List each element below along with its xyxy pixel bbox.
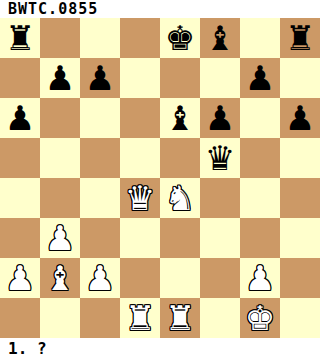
piece-white-knight: ♞ [160,178,200,218]
square-g3[interactable] [240,218,280,258]
piece-black-rook: ♜ [280,18,320,58]
piece-black-bishop: ♝ [160,98,200,138]
square-e1[interactable]: ♜ [160,298,200,338]
piece-black-pawn: ♟ [200,98,240,138]
piece-white-pawn: ♟ [80,258,120,298]
square-a1[interactable] [0,298,40,338]
square-e4[interactable]: ♞ [160,178,200,218]
piece-black-pawn: ♟ [240,58,280,98]
square-f4[interactable] [200,178,240,218]
square-h7[interactable] [280,58,320,98]
move-prompt: 1. ? [0,338,320,360]
piece-black-pawn: ♟ [80,58,120,98]
square-g2[interactable]: ♟ [240,258,280,298]
square-b7[interactable]: ♟ [40,58,80,98]
square-g1[interactable]: ♚ [240,298,280,338]
square-b3[interactable]: ♟ [40,218,80,258]
square-d2[interactable] [120,258,160,298]
square-d1[interactable]: ♜ [120,298,160,338]
piece-white-pawn: ♟ [40,218,80,258]
square-d5[interactable] [120,138,160,178]
chess-board: ♜♚♝♜♟♟♟♟♝♟♟♛♛♞♟♟♝♟♟♜♜♚ [0,18,320,338]
piece-white-pawn: ♟ [0,258,40,298]
square-f6[interactable]: ♟ [200,98,240,138]
square-b2[interactable]: ♝ [40,258,80,298]
square-a5[interactable] [0,138,40,178]
piece-black-king: ♚ [160,18,200,58]
square-h2[interactable] [280,258,320,298]
square-d6[interactable] [120,98,160,138]
square-d8[interactable] [120,18,160,58]
piece-white-rook: ♜ [120,298,160,338]
square-d4[interactable]: ♛ [120,178,160,218]
square-h5[interactable] [280,138,320,178]
square-a3[interactable] [0,218,40,258]
square-f2[interactable] [200,258,240,298]
square-h1[interactable] [280,298,320,338]
square-f7[interactable] [200,58,240,98]
chess-puzzle-app: BWTC.0855 ♜♚♝♜♟♟♟♟♝♟♟♛♛♞♟♟♝♟♟♜♜♚ 1. ? [0,0,320,360]
square-b5[interactable] [40,138,80,178]
square-c6[interactable] [80,98,120,138]
square-f8[interactable]: ♝ [200,18,240,58]
piece-white-king: ♚ [240,298,280,338]
square-a4[interactable] [0,178,40,218]
square-h6[interactable]: ♟ [280,98,320,138]
square-a6[interactable]: ♟ [0,98,40,138]
square-c3[interactable] [80,218,120,258]
square-f3[interactable] [200,218,240,258]
square-g4[interactable] [240,178,280,218]
piece-black-bishop: ♝ [200,18,240,58]
square-e6[interactable]: ♝ [160,98,200,138]
square-e5[interactable] [160,138,200,178]
piece-black-pawn: ♟ [40,58,80,98]
square-b8[interactable] [40,18,80,58]
square-h8[interactable]: ♜ [280,18,320,58]
square-e7[interactable] [160,58,200,98]
square-h4[interactable] [280,178,320,218]
piece-white-pawn: ♟ [240,258,280,298]
square-g7[interactable]: ♟ [240,58,280,98]
square-c2[interactable]: ♟ [80,258,120,298]
square-h3[interactable] [280,218,320,258]
piece-white-rook: ♜ [160,298,200,338]
square-e8[interactable]: ♚ [160,18,200,58]
square-b4[interactable] [40,178,80,218]
square-d7[interactable] [120,58,160,98]
piece-black-rook: ♜ [0,18,40,58]
piece-white-bishop: ♝ [40,258,80,298]
square-a7[interactable] [0,58,40,98]
square-c7[interactable]: ♟ [80,58,120,98]
square-f1[interactable] [200,298,240,338]
square-d3[interactable] [120,218,160,258]
piece-black-pawn: ♟ [0,98,40,138]
piece-white-queen: ♛ [120,178,160,218]
square-g5[interactable] [240,138,280,178]
square-c4[interactable] [80,178,120,218]
square-b6[interactable] [40,98,80,138]
square-c1[interactable] [80,298,120,338]
square-a2[interactable]: ♟ [0,258,40,298]
square-e2[interactable] [160,258,200,298]
square-c8[interactable] [80,18,120,58]
square-b1[interactable] [40,298,80,338]
square-g6[interactable] [240,98,280,138]
piece-black-pawn: ♟ [280,98,320,138]
square-g8[interactable] [240,18,280,58]
puzzle-title: BWTC.0855 [0,0,320,18]
square-a8[interactable]: ♜ [0,18,40,58]
square-e3[interactable] [160,218,200,258]
piece-black-queen: ♛ [200,138,240,178]
square-f5[interactable]: ♛ [200,138,240,178]
square-c5[interactable] [80,138,120,178]
